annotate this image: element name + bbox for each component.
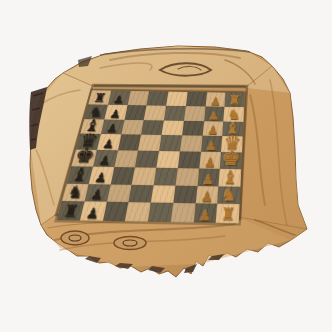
square-f2: ♟ <box>197 168 220 186</box>
square-h4 <box>148 203 173 222</box>
square-b5 <box>144 105 166 120</box>
square-c4 <box>162 120 184 135</box>
square-e2: ♟ <box>199 152 221 169</box>
square-f4 <box>154 167 178 185</box>
piece-black-p-c7: ♟ <box>101 122 124 134</box>
product-photo-chess-set: ♜♟♟♜♞♟♟♞♝♟♟♝♛♟♟♛♚♟♟♚♝♟♟♝♞♟♟♞♜♟♟♜ <box>0 0 332 332</box>
right-rim-face <box>238 88 307 240</box>
square-a3 <box>186 92 207 106</box>
piece-white-r-h1: ♜ <box>216 206 240 223</box>
square-g3 <box>173 185 197 203</box>
piece-white-n-g1: ♞ <box>217 187 240 205</box>
piece-black-p-h7: ♟ <box>80 206 106 221</box>
piece-black-p-a7: ♟ <box>108 94 130 105</box>
piece-white-p-g2: ♟ <box>195 189 218 203</box>
square-e5 <box>135 151 159 168</box>
knot-2 <box>114 237 146 250</box>
knot-1 <box>61 231 89 245</box>
square-g2: ♟ <box>195 185 219 203</box>
piece-white-r-a1: ♜ <box>225 94 245 107</box>
piece-white-b-f1: ♝ <box>219 167 242 186</box>
square-a4 <box>166 92 187 106</box>
square-e4 <box>156 151 179 168</box>
square-b3 <box>184 106 205 121</box>
piece-white-p-h2: ♟ <box>193 208 217 223</box>
piece-white-p-c2: ♟ <box>202 124 223 136</box>
square-a5 <box>147 91 169 105</box>
square-h2: ♟ <box>193 204 217 223</box>
piece-white-p-d2: ♟ <box>200 139 222 152</box>
piece-white-p-b2: ♟ <box>204 109 225 121</box>
square-b1: ♞ <box>224 107 245 122</box>
square-c5 <box>141 120 164 135</box>
square-f3 <box>175 168 198 186</box>
square-e3 <box>178 151 201 168</box>
square-f5 <box>132 167 156 185</box>
square-h5 <box>125 202 151 221</box>
square-d2: ♟ <box>200 136 222 152</box>
square-d3 <box>180 136 202 152</box>
square-b2: ♟ <box>204 106 225 121</box>
piece-white-b-c1: ♝ <box>222 120 243 137</box>
square-d1: ♛ <box>221 136 242 152</box>
square-g4 <box>151 185 176 203</box>
square-c1: ♝ <box>222 121 243 137</box>
square-g5 <box>129 184 154 202</box>
piece-black-p-d7: ♟ <box>97 138 120 151</box>
piece-white-p-e2: ♟ <box>199 155 221 168</box>
square-c3 <box>182 120 204 136</box>
square-h1: ♜ <box>216 204 240 223</box>
piece-white-q-d1: ♛ <box>221 133 243 152</box>
piece-black-p-e7: ♟ <box>93 154 117 167</box>
square-d4 <box>159 135 182 151</box>
piece-black-p-g7: ♟ <box>84 188 109 202</box>
square-g1: ♞ <box>217 186 240 204</box>
square-f1: ♝ <box>219 169 241 187</box>
square-c2: ♟ <box>202 121 223 137</box>
piece-white-p-f2: ♟ <box>197 172 220 186</box>
square-e1: ♚ <box>220 152 242 169</box>
piece-black-p-b7: ♟ <box>104 108 126 120</box>
square-h3 <box>171 203 196 222</box>
square-a2: ♟ <box>205 92 226 106</box>
board-recess-top-shadow <box>94 86 246 87</box>
square-a1: ♜ <box>225 93 245 107</box>
piece-white-n-b1: ♞ <box>224 107 245 121</box>
square-d5 <box>138 135 161 151</box>
piece-white-p-a2: ♟ <box>205 95 225 106</box>
square-b4 <box>164 106 186 121</box>
piece-black-p-f7: ♟ <box>89 170 114 184</box>
